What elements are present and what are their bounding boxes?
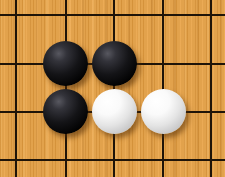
go-board[interactable]: [0, 0, 225, 177]
go-stone-black-r1-c2[interactable]: [92, 41, 137, 86]
intersection-r2-c4[interactable]: [199, 100, 223, 124]
go-stone-black-r2-c1[interactable]: [43, 89, 88, 134]
intersection-r0-c3[interactable]: [151, 3, 175, 27]
intersection-r3-c3[interactable]: [151, 148, 175, 172]
intersection-r1-c4[interactable]: [199, 52, 223, 76]
intersection-r3-c2[interactable]: [102, 148, 126, 172]
go-stone-black-r1-c1[interactable]: [43, 41, 88, 86]
intersection-r3-c4[interactable]: [199, 148, 223, 172]
intersection-r2-c0[interactable]: [4, 100, 28, 124]
intersection-r0-c4[interactable]: [199, 3, 223, 27]
intersection-r0-c1[interactable]: [54, 3, 78, 27]
intersection-r3-c1[interactable]: [54, 148, 78, 172]
go-stone-white-r2-c2[interactable]: [92, 89, 137, 134]
intersection-r0-c0[interactable]: [4, 3, 28, 27]
intersection-r1-c3[interactable]: [151, 52, 175, 76]
go-stone-white-r2-c3[interactable]: [141, 89, 186, 134]
intersection-r0-c2[interactable]: [102, 3, 126, 27]
intersection-r3-c0[interactable]: [4, 148, 28, 172]
intersection-r1-c0[interactable]: [4, 52, 28, 76]
